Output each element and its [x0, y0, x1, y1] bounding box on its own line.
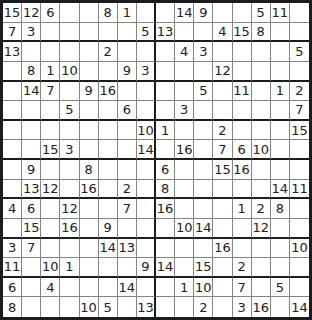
- given-digit: 13: [23, 182, 40, 195]
- cell-r10c13[interactable]: [233, 180, 252, 200]
- cell-r4c9[interactable]: [156, 62, 175, 82]
- cell-r13c7[interactable]: 13: [118, 239, 137, 259]
- cell-r6c13[interactable]: [233, 101, 252, 121]
- cell-r8c6[interactable]: [99, 140, 118, 160]
- given-digit: 13: [137, 301, 154, 314]
- given-digit: 1: [123, 6, 131, 19]
- cell-r15c8[interactable]: [137, 278, 156, 298]
- cell-r11c3[interactable]: [41, 199, 60, 219]
- cell-r9c16[interactable]: [290, 160, 309, 180]
- cell-r16c13[interactable]: 3: [233, 297, 252, 317]
- cell-r8c5[interactable]: [80, 140, 99, 160]
- cell-r2c1[interactable]: 7: [3, 23, 22, 43]
- given-digit: 1: [237, 202, 245, 215]
- cell-r1c3[interactable]: 6: [41, 3, 60, 23]
- given-digit: 16: [176, 143, 193, 156]
- cell-r12c10[interactable]: 10: [175, 219, 194, 239]
- cell-r8c4[interactable]: 3: [60, 140, 79, 160]
- cell-r13c14[interactable]: [252, 239, 271, 259]
- cell-r13c5[interactable]: [80, 239, 99, 259]
- cell-r15c12[interactable]: [213, 278, 232, 298]
- cell-r13c10[interactable]: [175, 239, 194, 259]
- cell-r2c12[interactable]: 4: [213, 23, 232, 43]
- given-digit: 9: [104, 221, 112, 234]
- cell-r3c2[interactable]: [22, 42, 41, 62]
- cell-r16c9[interactable]: [156, 297, 175, 317]
- cell-r11c16[interactable]: [290, 199, 309, 219]
- given-digit: 6: [161, 163, 169, 176]
- cell-r9c11[interactable]: [194, 160, 213, 180]
- cell-r8c12[interactable]: 7: [213, 140, 232, 160]
- cell-r12c2[interactable]: 15: [22, 219, 41, 239]
- given-digit: 15: [42, 143, 59, 156]
- cell-r13c13[interactable]: [233, 239, 252, 259]
- cell-r10c14[interactable]: [252, 180, 271, 200]
- given-digit: 10: [291, 241, 308, 254]
- cell-r4c14[interactable]: [252, 62, 271, 82]
- cell-r14c6[interactable]: [99, 258, 118, 278]
- cell-r16c7[interactable]: [118, 297, 137, 317]
- cell-r4c12[interactable]: 12: [213, 62, 232, 82]
- given-digit: 16: [252, 301, 269, 314]
- cell-r4c3[interactable]: 1: [41, 62, 60, 82]
- cell-r10c16[interactable]: 11: [290, 180, 309, 200]
- cell-r10c12[interactable]: [213, 180, 232, 200]
- cell-r2c10[interactable]: [175, 23, 194, 43]
- given-digit: 6: [123, 103, 131, 116]
- cell-r11c15[interactable]: 8: [271, 199, 290, 219]
- given-digit: 16: [99, 84, 116, 97]
- cell-r16c16[interactable]: 14: [290, 297, 309, 317]
- cell-r2c8[interactable]: 5: [137, 23, 156, 43]
- cell-r13c1[interactable]: 3: [3, 239, 22, 259]
- cell-r15c2[interactable]: [22, 278, 41, 298]
- cell-r6c6[interactable]: [99, 101, 118, 121]
- cell-r10c11[interactable]: [194, 180, 213, 200]
- cell-r11c14[interactable]: 2: [252, 199, 271, 219]
- cell-r8c14[interactable]: 10: [252, 140, 271, 160]
- cell-r13c8[interactable]: [137, 239, 156, 259]
- cell-r1c5[interactable]: [80, 3, 99, 23]
- cell-r15c11[interactable]: 10: [194, 278, 213, 298]
- given-digit: 3: [65, 143, 73, 156]
- cell-r15c6[interactable]: [99, 278, 118, 298]
- cell-r3c12[interactable]: [213, 42, 232, 62]
- cell-r5c9[interactable]: [156, 82, 175, 102]
- cell-r7c15[interactable]: [271, 121, 290, 141]
- cell-r3c13[interactable]: [233, 42, 252, 62]
- cell-r16c15[interactable]: [271, 297, 290, 317]
- cell-r13c12[interactable]: 16: [213, 239, 232, 259]
- cell-r12c6[interactable]: 9: [99, 219, 118, 239]
- cell-r11c5[interactable]: [80, 199, 99, 219]
- cell-r2c7[interactable]: [118, 23, 137, 43]
- cell-r14c10[interactable]: [175, 258, 194, 278]
- cell-r1c9[interactable]: [156, 3, 175, 23]
- cell-r9c15[interactable]: [271, 160, 290, 180]
- cell-r3c3[interactable]: [41, 42, 60, 62]
- cell-r6c4[interactable]: 5: [60, 101, 79, 121]
- cell-r7c11[interactable]: [194, 121, 213, 141]
- cell-r5c15[interactable]: 1: [271, 82, 290, 102]
- cell-r3c4[interactable]: [60, 42, 79, 62]
- cell-r5c14[interactable]: [252, 82, 271, 102]
- cell-r14c14[interactable]: [252, 258, 271, 278]
- cell-r13c16[interactable]: 10: [290, 239, 309, 259]
- given-digit: 14: [99, 241, 116, 254]
- cell-r10c4[interactable]: [60, 180, 79, 200]
- given-digit: 10: [80, 301, 97, 314]
- cell-r7c4[interactable]: [60, 121, 79, 141]
- cell-r5c2[interactable]: 14: [22, 82, 41, 102]
- cell-r11c11[interactable]: [194, 199, 213, 219]
- cell-r8c2[interactable]: [22, 140, 41, 160]
- cell-r15c13[interactable]: 7: [233, 278, 252, 298]
- cell-r5c1[interactable]: [3, 82, 22, 102]
- cell-r1c11[interactable]: 9: [194, 3, 213, 23]
- cell-r2c6[interactable]: [99, 23, 118, 43]
- cell-r14c4[interactable]: 1: [60, 258, 79, 278]
- cell-r6c12[interactable]: [213, 101, 232, 121]
- cell-r11c9[interactable]: 16: [156, 199, 175, 219]
- cell-r5c13[interactable]: 11: [233, 82, 252, 102]
- cell-r10c7[interactable]: 2: [118, 180, 137, 200]
- cell-r9c10[interactable]: [175, 160, 194, 180]
- cell-r12c1[interactable]: [3, 219, 22, 239]
- cell-r7c13[interactable]: [233, 121, 252, 141]
- cell-r10c3[interactable]: 12: [41, 180, 60, 200]
- cell-r4c11[interactable]: [194, 62, 213, 82]
- cell-r6c16[interactable]: 7: [290, 101, 309, 121]
- given-digit: 13: [119, 241, 136, 254]
- cell-r10c1[interactable]: [3, 180, 22, 200]
- cell-r6c14[interactable]: [252, 101, 271, 121]
- cell-r9c3[interactable]: [41, 160, 60, 180]
- cell-r4c15[interactable]: [271, 62, 290, 82]
- cell-r10c2[interactable]: 13: [22, 180, 41, 200]
- given-digit: 10: [42, 260, 59, 273]
- cell-r1c10[interactable]: 14: [175, 3, 194, 23]
- cell-r5c5[interactable]: 9: [80, 82, 99, 102]
- cell-r7c14[interactable]: [252, 121, 271, 141]
- cell-r8c15[interactable]: [271, 140, 290, 160]
- cell-r13c2[interactable]: 7: [22, 239, 41, 259]
- cell-r3c16[interactable]: 5: [290, 42, 309, 62]
- cell-r7c9[interactable]: 1: [156, 121, 175, 141]
- cell-r10c6[interactable]: [99, 180, 118, 200]
- cell-r7c8[interactable]: 10: [137, 121, 156, 141]
- cell-r8c3[interactable]: 15: [41, 140, 60, 160]
- cell-r4c13[interactable]: [233, 62, 252, 82]
- cell-r14c8[interactable]: 9: [137, 258, 156, 278]
- cell-r16c5[interactable]: 10: [80, 297, 99, 317]
- cell-r13c11[interactable]: [194, 239, 213, 259]
- cell-r7c10[interactable]: [175, 121, 194, 141]
- cell-r9c13[interactable]: 16: [233, 160, 252, 180]
- cell-r1c13[interactable]: [233, 3, 252, 23]
- cell-r10c9[interactable]: 8: [156, 180, 175, 200]
- cell-r7c12[interactable]: 2: [213, 121, 232, 141]
- cell-r3c14[interactable]: [252, 42, 271, 62]
- cell-r7c16[interactable]: 15: [290, 121, 309, 141]
- cell-r7c1[interactable]: [3, 121, 22, 141]
- cell-r3c10[interactable]: 4: [175, 42, 194, 62]
- cell-r9c6[interactable]: [99, 160, 118, 180]
- cell-r1c12[interactable]: [213, 3, 232, 23]
- cell-r13c4[interactable]: [60, 239, 79, 259]
- cell-r10c5[interactable]: 16: [80, 180, 99, 200]
- cell-r6c5[interactable]: [80, 101, 99, 121]
- cell-r14c2[interactable]: [22, 258, 41, 278]
- cell-r1c7[interactable]: 1: [118, 3, 137, 23]
- cell-r2c13[interactable]: 15: [233, 23, 252, 43]
- cell-r3c7[interactable]: [118, 42, 137, 62]
- cell-r6c10[interactable]: 3: [175, 101, 194, 121]
- cell-r11c7[interactable]: 7: [118, 199, 137, 219]
- cell-r12c5[interactable]: [80, 219, 99, 239]
- cell-r16c12[interactable]: [213, 297, 232, 317]
- cell-r1c2[interactable]: 12: [22, 3, 41, 23]
- cell-r8c10[interactable]: 16: [175, 140, 194, 160]
- cell-r14c13[interactable]: 2: [233, 258, 252, 278]
- cell-r1c1[interactable]: 15: [3, 3, 22, 23]
- cell-r16c1[interactable]: 8: [3, 297, 22, 317]
- cell-r4c2[interactable]: 8: [22, 62, 41, 82]
- cell-r12c8[interactable]: [137, 219, 156, 239]
- given-digit: 3: [180, 103, 188, 116]
- cell-r9c14[interactable]: [252, 160, 271, 180]
- cell-r9c4[interactable]: [60, 160, 79, 180]
- cell-r2c2[interactable]: 3: [22, 23, 41, 43]
- cell-r9c8[interactable]: [137, 160, 156, 180]
- cell-r15c1[interactable]: 6: [3, 278, 22, 298]
- cell-r10c8[interactable]: [137, 180, 156, 200]
- cell-r8c16[interactable]: [290, 140, 309, 160]
- cell-r13c6[interactable]: 14: [99, 239, 118, 259]
- cell-r14c9[interactable]: 14: [156, 258, 175, 278]
- given-digit: 1: [161, 124, 169, 137]
- cell-r12c13[interactable]: [233, 219, 252, 239]
- cell-r9c1[interactable]: [3, 160, 22, 180]
- cell-r16c6[interactable]: 5: [99, 297, 118, 317]
- cell-r6c3[interactable]: [41, 101, 60, 121]
- given-digit: 6: [27, 202, 35, 215]
- cell-r14c12[interactable]: [213, 258, 232, 278]
- cell-r6c1[interactable]: [3, 101, 22, 121]
- cell-r2c4[interactable]: [60, 23, 79, 43]
- cell-r8c11[interactable]: [194, 140, 213, 160]
- given-digit: 9: [199, 6, 207, 19]
- cell-r3c1[interactable]: 13: [3, 42, 22, 62]
- cell-r15c5[interactable]: [80, 278, 99, 298]
- cell-r14c3[interactable]: 10: [41, 258, 60, 278]
- cell-r4c1[interactable]: [3, 62, 22, 82]
- cell-r2c5[interactable]: [80, 23, 99, 43]
- cell-r5c16[interactable]: 2: [290, 82, 309, 102]
- cell-r9c12[interactable]: 15: [213, 160, 232, 180]
- cell-r3c11[interactable]: 3: [194, 42, 213, 62]
- cell-r12c7[interactable]: [118, 219, 137, 239]
- cell-r5c12[interactable]: [213, 82, 232, 102]
- cell-r15c16[interactable]: [290, 278, 309, 298]
- cell-r1c8[interactable]: [137, 3, 156, 23]
- given-digit: 16: [157, 202, 174, 215]
- cell-r4c16[interactable]: [290, 62, 309, 82]
- cell-r8c8[interactable]: 14: [137, 140, 156, 160]
- cell-r8c7[interactable]: [118, 140, 137, 160]
- cell-r6c15[interactable]: [271, 101, 290, 121]
- cell-r13c15[interactable]: [271, 239, 290, 259]
- cell-r1c4[interactable]: [60, 3, 79, 23]
- cell-r14c15[interactable]: [271, 258, 290, 278]
- cell-r6c8[interactable]: [137, 101, 156, 121]
- cell-r7c5[interactable]: [80, 121, 99, 141]
- cell-r6c7[interactable]: 6: [118, 101, 137, 121]
- given-digit: 2: [104, 45, 112, 58]
- cell-r4c5[interactable]: [80, 62, 99, 82]
- cell-r3c9[interactable]: [156, 42, 175, 62]
- cell-r11c13[interactable]: 1: [233, 199, 252, 219]
- cell-r4c7[interactable]: 9: [118, 62, 137, 82]
- cell-r16c4[interactable]: [60, 297, 79, 317]
- cell-r16c8[interactable]: 13: [137, 297, 156, 317]
- cell-r12c11[interactable]: 14: [194, 219, 213, 239]
- cell-r3c5[interactable]: [80, 42, 99, 62]
- cell-r3c15[interactable]: [271, 42, 290, 62]
- cell-r7c3[interactable]: [41, 121, 60, 141]
- cell-r11c6[interactable]: [99, 199, 118, 219]
- given-digit: 15: [4, 6, 21, 19]
- cell-r10c10[interactable]: [175, 180, 194, 200]
- cell-r15c15[interactable]: 5: [271, 278, 290, 298]
- given-digit: 5: [65, 103, 73, 116]
- cell-r6c9[interactable]: [156, 101, 175, 121]
- cell-r15c9[interactable]: [156, 278, 175, 298]
- given-digit: 1: [276, 84, 284, 97]
- given-digit: 2: [295, 84, 303, 97]
- cell-r11c2[interactable]: 6: [22, 199, 41, 219]
- cell-r16c14[interactable]: 16: [252, 297, 271, 317]
- cell-r13c3[interactable]: [41, 239, 60, 259]
- cell-r14c5[interactable]: [80, 258, 99, 278]
- cell-r9c9[interactable]: 6: [156, 160, 175, 180]
- cell-r5c11[interactable]: 5: [194, 82, 213, 102]
- given-digit: 13: [4, 45, 21, 58]
- cell-r16c11[interactable]: 2: [194, 297, 213, 317]
- given-digit: 14: [176, 6, 193, 19]
- given-digit: 4: [46, 281, 54, 294]
- cell-r4c10[interactable]: [175, 62, 194, 82]
- cell-r4c6[interactable]: [99, 62, 118, 82]
- cell-r1c14[interactable]: 5: [252, 3, 271, 23]
- cell-r7c2[interactable]: [22, 121, 41, 141]
- cell-r12c12[interactable]: [213, 219, 232, 239]
- cell-r1c15[interactable]: 11: [271, 3, 290, 23]
- cell-r11c4[interactable]: 12: [60, 199, 79, 219]
- cell-r2c3[interactable]: [41, 23, 60, 43]
- given-digit: 7: [46, 84, 54, 97]
- cell-r11c12[interactable]: [213, 199, 232, 219]
- cell-r9c5[interactable]: 8: [80, 160, 99, 180]
- cell-r2c16[interactable]: [290, 23, 309, 43]
- cell-r14c7[interactable]: [118, 258, 137, 278]
- given-digit: 3: [8, 241, 16, 254]
- cell-r14c11[interactable]: 15: [194, 258, 213, 278]
- cell-r16c10[interactable]: [175, 297, 194, 317]
- cell-r11c10[interactable]: [175, 199, 194, 219]
- cell-r8c9[interactable]: [156, 140, 175, 160]
- given-digit: 16: [214, 241, 231, 254]
- cell-r5c7[interactable]: [118, 82, 137, 102]
- cell-r6c11[interactable]: [194, 101, 213, 121]
- cell-r2c9[interactable]: 13: [156, 23, 175, 43]
- given-digit: 9: [27, 163, 35, 176]
- cell-r3c8[interactable]: [137, 42, 156, 62]
- cell-r5c4[interactable]: [60, 82, 79, 102]
- cell-r12c3[interactable]: [41, 219, 60, 239]
- cell-r5c10[interactable]: [175, 82, 194, 102]
- cell-r1c16[interactable]: [290, 3, 309, 23]
- cell-r2c11[interactable]: [194, 23, 213, 43]
- cell-r9c2[interactable]: 9: [22, 160, 41, 180]
- cell-r12c4[interactable]: 16: [60, 219, 79, 239]
- cell-r11c8[interactable]: [137, 199, 156, 219]
- cell-r11c1[interactable]: 4: [3, 199, 22, 219]
- cell-r7c6[interactable]: [99, 121, 118, 141]
- cell-r15c3[interactable]: 4: [41, 278, 60, 298]
- given-digit: 16: [80, 182, 97, 195]
- cell-r9c7[interactable]: [118, 160, 137, 180]
- given-digit: 14: [272, 182, 289, 195]
- cell-r12c15[interactable]: [271, 219, 290, 239]
- cell-r7c7[interactable]: [118, 121, 137, 141]
- cell-r5c8[interactable]: [137, 82, 156, 102]
- given-digit: 7: [218, 143, 226, 156]
- cell-r15c4[interactable]: [60, 278, 79, 298]
- cell-r10c15[interactable]: 14: [271, 180, 290, 200]
- given-digit: 9: [84, 84, 92, 97]
- cell-r5c3[interactable]: 7: [41, 82, 60, 102]
- given-digit: 8: [161, 182, 169, 195]
- given-digit: 14: [157, 260, 174, 273]
- cell-r12c9[interactable]: [156, 219, 175, 239]
- cell-r3c6[interactable]: 2: [99, 42, 118, 62]
- cell-r13c9[interactable]: [156, 239, 175, 259]
- cell-r15c7[interactable]: 14: [118, 278, 137, 298]
- cell-r6c2[interactable]: [22, 101, 41, 121]
- given-digit: 3: [237, 301, 245, 314]
- cell-r16c2[interactable]: [22, 297, 41, 317]
- cell-r14c1[interactable]: 11: [3, 258, 22, 278]
- cell-r15c14[interactable]: [252, 278, 271, 298]
- given-digit: 10: [176, 221, 193, 234]
- given-digit: 11: [233, 84, 250, 97]
- cell-r12c14[interactable]: 12: [252, 219, 271, 239]
- cell-r16c3[interactable]: [41, 297, 60, 317]
- cell-r4c4[interactable]: 10: [60, 62, 79, 82]
- cell-r4c8[interactable]: 3: [137, 62, 156, 82]
- cell-r12c16[interactable]: [290, 219, 309, 239]
- cell-r8c1[interactable]: [3, 140, 22, 160]
- cell-r15c10[interactable]: 1: [175, 278, 194, 298]
- cell-r1c6[interactable]: 8: [99, 3, 118, 23]
- cell-r2c15[interactable]: [271, 23, 290, 43]
- given-digit: 9: [141, 260, 149, 273]
- cell-r8c13[interactable]: 6: [233, 140, 252, 160]
- cell-r5c6[interactable]: 16: [99, 82, 118, 102]
- cell-r2c14[interactable]: 8: [252, 23, 271, 43]
- cell-r14c16[interactable]: [290, 258, 309, 278]
